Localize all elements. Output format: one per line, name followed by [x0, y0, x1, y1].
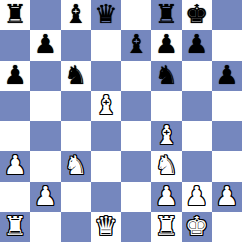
square-h1[interactable]: [212, 212, 242, 242]
square-b3[interactable]: [30, 151, 60, 181]
square-f6[interactable]: ♞: [151, 61, 181, 91]
square-a3[interactable]: ♟: [0, 151, 30, 181]
piece-black-king[interactable]: ♚: [185, 1, 208, 27]
piece-white-knight[interactable]: ♞: [64, 152, 87, 178]
square-d8[interactable]: ♛: [91, 0, 121, 30]
square-c4[interactable]: [61, 121, 91, 151]
piece-black-pawn[interactable]: ♟: [215, 62, 238, 88]
piece-black-pawn[interactable]: ♟: [34, 31, 57, 57]
square-b6[interactable]: [30, 61, 60, 91]
square-g1[interactable]: ♚: [182, 212, 212, 242]
square-e7[interactable]: ♝: [121, 30, 151, 60]
square-f8[interactable]: ♜: [151, 0, 181, 30]
square-h7[interactable]: [212, 30, 242, 60]
square-e4[interactable]: [121, 121, 151, 151]
square-f5[interactable]: [151, 91, 181, 121]
piece-white-rook[interactable]: ♜: [3, 213, 26, 239]
square-c1[interactable]: [61, 212, 91, 242]
piece-black-bishop[interactable]: ♝: [64, 1, 87, 27]
square-h8[interactable]: [212, 0, 242, 30]
square-d4[interactable]: [91, 121, 121, 151]
square-d5[interactable]: ♝: [91, 91, 121, 121]
piece-white-pawn[interactable]: ♟: [3, 152, 26, 178]
piece-white-knight[interactable]: ♞: [155, 152, 178, 178]
piece-black-queen[interactable]: ♛: [94, 1, 117, 27]
square-a1[interactable]: ♜: [0, 212, 30, 242]
square-c6[interactable]: ♞: [61, 61, 91, 91]
square-f3[interactable]: ♞: [151, 151, 181, 181]
square-g2[interactable]: ♟: [182, 182, 212, 212]
square-e2[interactable]: [121, 182, 151, 212]
square-e6[interactable]: [121, 61, 151, 91]
piece-black-knight[interactable]: ♞: [64, 62, 87, 88]
square-g7[interactable]: ♟: [182, 30, 212, 60]
square-c7[interactable]: [61, 30, 91, 60]
square-c8[interactable]: ♝: [61, 0, 91, 30]
chess-board: ♜♝♛♜♚♟♝♟♟♟♞♞♟♝♝♟♞♞♟♟♟♟♜♛♜♚: [0, 0, 242, 242]
square-h5[interactable]: [212, 91, 242, 121]
square-b7[interactable]: ♟: [30, 30, 60, 60]
square-h4[interactable]: [212, 121, 242, 151]
piece-white-bishop[interactable]: ♝: [94, 92, 117, 118]
piece-white-pawn[interactable]: ♟: [215, 183, 238, 209]
square-e1[interactable]: [121, 212, 151, 242]
square-g4[interactable]: [182, 121, 212, 151]
square-e8[interactable]: [121, 0, 151, 30]
piece-black-pawn[interactable]: ♟: [155, 31, 178, 57]
square-c5[interactable]: [61, 91, 91, 121]
square-a2[interactable]: [0, 182, 30, 212]
piece-black-pawn[interactable]: ♟: [3, 62, 26, 88]
square-d2[interactable]: [91, 182, 121, 212]
square-b5[interactable]: [30, 91, 60, 121]
square-d7[interactable]: [91, 30, 121, 60]
piece-black-bishop[interactable]: ♝: [124, 31, 147, 57]
piece-white-bishop[interactable]: ♝: [155, 122, 178, 148]
piece-white-king[interactable]: ♚: [185, 213, 208, 239]
square-h3[interactable]: [212, 151, 242, 181]
square-c3[interactable]: ♞: [61, 151, 91, 181]
square-h2[interactable]: ♟: [212, 182, 242, 212]
square-e3[interactable]: [121, 151, 151, 181]
square-d6[interactable]: [91, 61, 121, 91]
piece-white-rook[interactable]: ♜: [155, 213, 178, 239]
square-g3[interactable]: [182, 151, 212, 181]
square-d1[interactable]: ♛: [91, 212, 121, 242]
square-a8[interactable]: ♜: [0, 0, 30, 30]
square-b1[interactable]: [30, 212, 60, 242]
square-h6[interactable]: ♟: [212, 61, 242, 91]
piece-white-pawn[interactable]: ♟: [155, 183, 178, 209]
square-a4[interactable]: [0, 121, 30, 151]
square-a7[interactable]: [0, 30, 30, 60]
square-b4[interactable]: [30, 121, 60, 151]
square-g6[interactable]: [182, 61, 212, 91]
piece-black-pawn[interactable]: ♟: [185, 31, 208, 57]
square-d3[interactable]: [91, 151, 121, 181]
square-g8[interactable]: ♚: [182, 0, 212, 30]
piece-white-pawn[interactable]: ♟: [34, 183, 57, 209]
square-a5[interactable]: [0, 91, 30, 121]
square-f2[interactable]: ♟: [151, 182, 181, 212]
piece-white-pawn[interactable]: ♟: [185, 183, 208, 209]
square-f4[interactable]: ♝: [151, 121, 181, 151]
square-e5[interactable]: [121, 91, 151, 121]
square-a6[interactable]: ♟: [0, 61, 30, 91]
piece-black-rook[interactable]: ♜: [155, 1, 178, 27]
piece-black-knight[interactable]: ♞: [155, 62, 178, 88]
square-c2[interactable]: [61, 182, 91, 212]
piece-black-rook[interactable]: ♜: [3, 1, 26, 27]
square-b2[interactable]: ♟: [30, 182, 60, 212]
square-b8[interactable]: [30, 0, 60, 30]
square-f1[interactable]: ♜: [151, 212, 181, 242]
square-g5[interactable]: [182, 91, 212, 121]
square-f7[interactable]: ♟: [151, 30, 181, 60]
piece-white-queen[interactable]: ♛: [94, 213, 117, 239]
